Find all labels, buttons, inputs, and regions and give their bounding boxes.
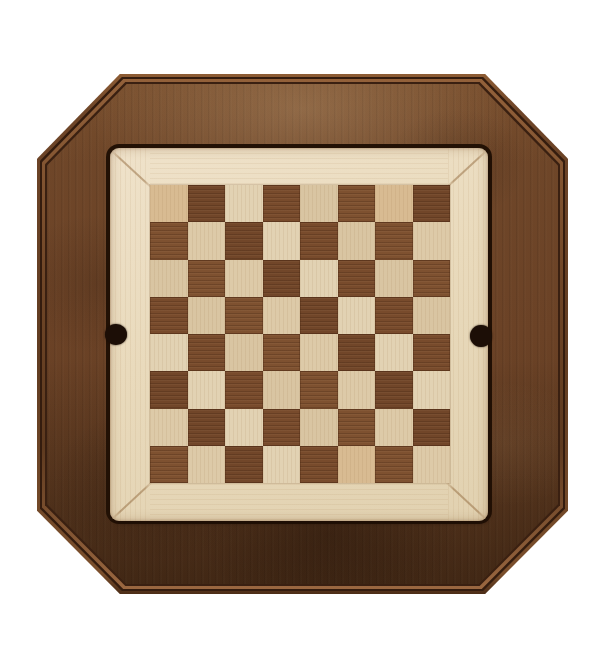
square-c2[interactable]	[225, 409, 263, 446]
square-g1[interactable]	[375, 446, 413, 483]
square-e6[interactable]	[300, 260, 338, 297]
square-h8[interactable]	[413, 185, 451, 222]
square-f8[interactable]	[338, 185, 376, 222]
square-h3[interactable]	[413, 371, 451, 408]
square-b7[interactable]	[188, 222, 226, 259]
square-e1[interactable]	[300, 446, 338, 483]
square-d3[interactable]	[263, 371, 301, 408]
square-a7[interactable]	[150, 222, 188, 259]
game-table-photo	[0, 0, 600, 658]
square-h5[interactable]	[413, 297, 451, 334]
finger-notch-left	[105, 324, 127, 345]
square-b3[interactable]	[188, 371, 226, 408]
square-h4[interactable]	[413, 334, 451, 371]
square-g3[interactable]	[375, 371, 413, 408]
square-b2[interactable]	[188, 409, 226, 446]
square-g6[interactable]	[375, 260, 413, 297]
square-c7[interactable]	[225, 222, 263, 259]
square-b8[interactable]	[188, 185, 226, 222]
square-a3[interactable]	[150, 371, 188, 408]
square-g5[interactable]	[375, 297, 413, 334]
square-f7[interactable]	[338, 222, 376, 259]
square-b4[interactable]	[188, 334, 226, 371]
square-e4[interactable]	[300, 334, 338, 371]
square-f6[interactable]	[338, 260, 376, 297]
square-d6[interactable]	[263, 260, 301, 297]
square-a4[interactable]	[150, 334, 188, 371]
square-f3[interactable]	[338, 371, 376, 408]
square-e3[interactable]	[300, 371, 338, 408]
square-b1[interactable]	[188, 446, 226, 483]
square-a1[interactable]	[150, 446, 188, 483]
finger-notch-right	[470, 325, 492, 347]
square-f4[interactable]	[338, 334, 376, 371]
square-h6[interactable]	[413, 260, 451, 297]
square-e7[interactable]	[300, 222, 338, 259]
square-a5[interactable]	[150, 297, 188, 334]
square-c6[interactable]	[225, 260, 263, 297]
square-d4[interactable]	[263, 334, 301, 371]
maple-border-bottom	[150, 484, 448, 521]
square-g7[interactable]	[375, 222, 413, 259]
square-g8[interactable]	[375, 185, 413, 222]
square-e5[interactable]	[300, 297, 338, 334]
square-g2[interactable]	[375, 409, 413, 446]
square-f2[interactable]	[338, 409, 376, 446]
square-d5[interactable]	[263, 297, 301, 334]
square-b5[interactable]	[188, 297, 226, 334]
square-g4[interactable]	[375, 334, 413, 371]
square-d1[interactable]	[263, 446, 301, 483]
square-c8[interactable]	[225, 185, 263, 222]
checkerboard	[150, 185, 450, 483]
square-f1[interactable]	[338, 446, 376, 483]
square-b6[interactable]	[188, 260, 226, 297]
square-c4[interactable]	[225, 334, 263, 371]
square-d8[interactable]	[263, 185, 301, 222]
square-h7[interactable]	[413, 222, 451, 259]
board-panel	[110, 148, 488, 521]
maple-border-top	[150, 148, 448, 185]
square-e2[interactable]	[300, 409, 338, 446]
square-f5[interactable]	[338, 297, 376, 334]
square-a8[interactable]	[150, 185, 188, 222]
square-a2[interactable]	[150, 409, 188, 446]
square-a6[interactable]	[150, 260, 188, 297]
square-h2[interactable]	[413, 409, 451, 446]
square-h1[interactable]	[413, 446, 451, 483]
square-c1[interactable]	[225, 446, 263, 483]
square-c5[interactable]	[225, 297, 263, 334]
square-c3[interactable]	[225, 371, 263, 408]
square-e8[interactable]	[300, 185, 338, 222]
square-d2[interactable]	[263, 409, 301, 446]
square-d7[interactable]	[263, 222, 301, 259]
